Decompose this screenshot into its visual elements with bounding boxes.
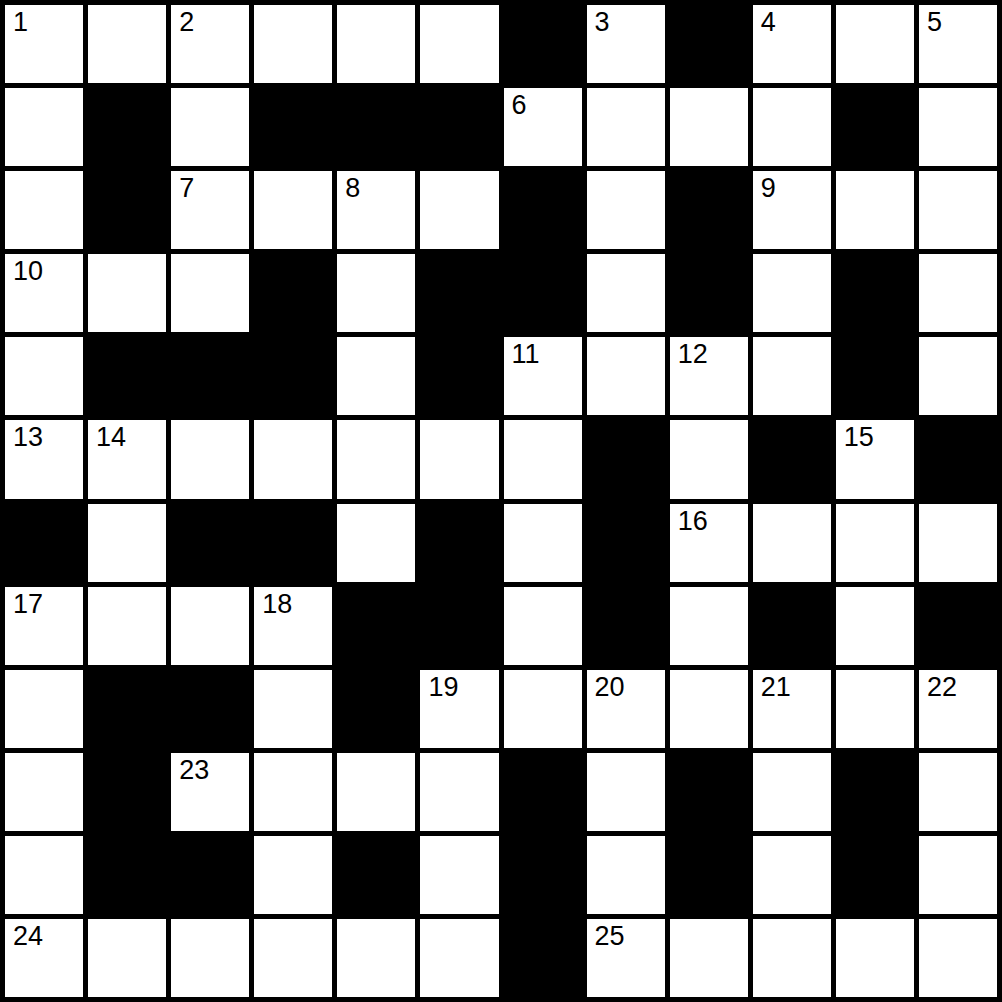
block-cell-r3c9 (670, 171, 748, 249)
answer-cell-r5c10[interactable] (753, 337, 831, 415)
answer-cell-r9c7[interactable] (504, 670, 582, 748)
answer-cell-r8c4[interactable]: 18 (254, 587, 332, 665)
clue-number-21: 21 (761, 672, 791, 703)
answer-cell-r5c7[interactable]: 11 (504, 337, 582, 415)
answer-cell-r8c9[interactable] (670, 587, 748, 665)
answer-cell-r8c3[interactable] (171, 587, 249, 665)
answer-cell-r9c9[interactable] (670, 670, 748, 748)
answer-cell-r4c8[interactable] (587, 254, 665, 332)
answer-cell-r9c6[interactable]: 19 (420, 670, 498, 748)
answer-cell-r4c3[interactable] (171, 254, 249, 332)
block-cell-r3c2 (88, 171, 166, 249)
block-cell-r11c9 (670, 836, 748, 914)
answer-cell-r9c12[interactable]: 22 (919, 670, 997, 748)
clue-number-14: 14 (96, 422, 126, 453)
clue-number-17: 17 (13, 589, 43, 620)
clue-number-10: 10 (13, 256, 43, 287)
answer-cell-r10c8[interactable] (587, 753, 665, 831)
block-cell-r8c12 (919, 587, 997, 665)
answer-cell-r5c8[interactable] (587, 337, 665, 415)
crossword-board: 1234567891011121314151617181920212223242… (0, 0, 1002, 1002)
answer-cell-r1c8[interactable]: 3 (587, 5, 665, 83)
answer-cell-r12c2[interactable] (88, 919, 166, 997)
answer-cell-r2c12[interactable] (919, 88, 997, 166)
answer-cell-r8c11[interactable] (836, 587, 914, 665)
clue-number-16: 16 (678, 506, 708, 537)
block-cell-r7c3 (171, 504, 249, 582)
answer-cell-r3c8[interactable] (587, 171, 665, 249)
block-cell-r9c3 (171, 670, 249, 748)
clue-number-4: 4 (761, 7, 776, 38)
block-cell-r11c5 (337, 836, 415, 914)
block-cell-r11c2 (88, 836, 166, 914)
answer-cell-r7c12[interactable] (919, 504, 997, 582)
answer-cell-r6c3[interactable] (171, 420, 249, 498)
answer-cell-r1c5[interactable] (337, 5, 415, 83)
answer-cell-r1c4[interactable] (254, 5, 332, 83)
block-cell-r2c5 (337, 88, 415, 166)
answer-cell-r11c1[interactable] (5, 836, 83, 914)
answer-cell-r6c6[interactable] (420, 420, 498, 498)
answer-cell-r12c4[interactable] (254, 919, 332, 997)
block-cell-r7c6 (420, 504, 498, 582)
clue-number-11: 11 (512, 339, 540, 370)
block-cell-r7c4 (254, 504, 332, 582)
answer-cell-r6c11[interactable]: 15 (836, 420, 914, 498)
answer-cell-r9c4[interactable] (254, 670, 332, 748)
block-cell-r4c11 (836, 254, 914, 332)
answer-cell-r1c1[interactable]: 1 (5, 5, 83, 83)
answer-cell-r4c2[interactable] (88, 254, 166, 332)
block-cell-r3c7 (504, 171, 582, 249)
block-cell-r11c3 (171, 836, 249, 914)
answer-cell-r11c4[interactable] (254, 836, 332, 914)
answer-cell-r3c4[interactable] (254, 171, 332, 249)
block-cell-r5c4 (254, 337, 332, 415)
block-cell-r7c8 (587, 504, 665, 582)
answer-cell-r5c1[interactable] (5, 337, 83, 415)
answer-cell-r12c10[interactable] (753, 919, 831, 997)
answer-cell-r9c1[interactable] (5, 670, 83, 748)
answer-cell-r3c1[interactable] (5, 171, 83, 249)
block-cell-r10c11 (836, 753, 914, 831)
answer-cell-r12c8[interactable]: 25 (587, 919, 665, 997)
block-cell-r2c11 (836, 88, 914, 166)
clue-number-5: 5 (927, 7, 942, 38)
answer-cell-r12c6[interactable] (420, 919, 498, 997)
block-cell-r2c4 (254, 88, 332, 166)
answer-cell-r1c10[interactable]: 4 (753, 5, 831, 83)
answer-cell-r7c9[interactable]: 16 (670, 504, 748, 582)
clue-number-1: 1 (13, 7, 28, 38)
answer-cell-r5c9[interactable]: 12 (670, 337, 748, 415)
block-cell-r8c8 (587, 587, 665, 665)
answer-cell-r6c4[interactable] (254, 420, 332, 498)
block-cell-r8c10 (753, 587, 831, 665)
answer-cell-r2c10[interactable] (753, 88, 831, 166)
answer-cell-r12c9[interactable] (670, 919, 748, 997)
clue-number-2: 2 (179, 7, 194, 38)
block-cell-r11c7 (504, 836, 582, 914)
clue-number-3: 3 (595, 7, 610, 38)
clue-number-9: 9 (761, 173, 776, 204)
answer-cell-r5c12[interactable] (919, 337, 997, 415)
answer-cell-r1c2[interactable] (88, 5, 166, 83)
answer-cell-r6c5[interactable] (337, 420, 415, 498)
block-cell-r10c9 (670, 753, 748, 831)
answer-cell-r7c5[interactable] (337, 504, 415, 582)
answer-cell-r11c12[interactable] (919, 836, 997, 914)
clue-number-23: 23 (179, 755, 209, 786)
answer-cell-r3c3[interactable]: 7 (171, 171, 249, 249)
block-cell-r5c6 (420, 337, 498, 415)
answer-cell-r4c12[interactable] (919, 254, 997, 332)
answer-cell-r1c3[interactable]: 2 (171, 5, 249, 83)
answer-cell-r7c7[interactable] (504, 504, 582, 582)
answer-cell-r3c6[interactable] (420, 171, 498, 249)
block-cell-r6c12 (919, 420, 997, 498)
clue-number-18: 18 (262, 589, 292, 620)
answer-cell-r2c7[interactable]: 6 (504, 88, 582, 166)
answer-cell-r10c5[interactable] (337, 753, 415, 831)
answer-cell-r4c5[interactable] (337, 254, 415, 332)
block-cell-r9c2 (88, 670, 166, 748)
answer-cell-r1c6[interactable] (420, 5, 498, 83)
answer-cell-r7c2[interactable] (88, 504, 166, 582)
clue-number-20: 20 (595, 672, 625, 703)
block-cell-r4c9 (670, 254, 748, 332)
clue-number-15: 15 (844, 422, 874, 453)
answer-cell-r11c8[interactable] (587, 836, 665, 914)
answer-cell-r2c1[interactable] (5, 88, 83, 166)
block-cell-r11c11 (836, 836, 914, 914)
answer-cell-r10c1[interactable] (5, 753, 83, 831)
block-cell-r9c5 (337, 670, 415, 748)
answer-cell-r12c1[interactable]: 24 (5, 919, 83, 997)
block-cell-r2c2 (88, 88, 166, 166)
answer-cell-r3c10[interactable]: 9 (753, 171, 831, 249)
block-cell-r6c8 (587, 420, 665, 498)
answer-cell-r11c10[interactable] (753, 836, 831, 914)
answer-cell-r4c1[interactable]: 10 (5, 254, 83, 332)
block-cell-r12c7 (504, 919, 582, 997)
answer-cell-r4c10[interactable] (753, 254, 831, 332)
answer-cell-r3c11[interactable] (836, 171, 914, 249)
block-cell-r5c11 (836, 337, 914, 415)
answer-cell-r1c11[interactable] (836, 5, 914, 83)
block-cell-r5c3 (171, 337, 249, 415)
answer-cell-r6c2[interactable]: 14 (88, 420, 166, 498)
answer-cell-r10c3[interactable]: 23 (171, 753, 249, 831)
block-cell-r1c9 (670, 5, 748, 83)
answer-cell-r10c10[interactable] (753, 753, 831, 831)
answer-cell-r9c8[interactable]: 20 (587, 670, 665, 748)
clue-number-7: 7 (179, 173, 194, 204)
answer-cell-r8c2[interactable] (88, 587, 166, 665)
answer-cell-r10c6[interactable] (420, 753, 498, 831)
block-cell-r4c4 (254, 254, 332, 332)
clue-number-22: 22 (927, 672, 957, 703)
clue-number-13: 13 (13, 422, 43, 453)
answer-cell-r12c11[interactable] (836, 919, 914, 997)
block-cell-r1c7 (504, 5, 582, 83)
answer-cell-r12c12[interactable] (919, 919, 997, 997)
answer-cell-r3c5[interactable]: 8 (337, 171, 415, 249)
answer-cell-r6c7[interactable] (504, 420, 582, 498)
block-cell-r2c6 (420, 88, 498, 166)
block-cell-r8c5 (337, 587, 415, 665)
clue-number-6: 6 (512, 90, 527, 121)
block-cell-r10c2 (88, 753, 166, 831)
answer-cell-r5c5[interactable] (337, 337, 415, 415)
answer-cell-r10c4[interactable] (254, 753, 332, 831)
answer-cell-r8c1[interactable]: 17 (5, 587, 83, 665)
block-cell-r8c6 (420, 587, 498, 665)
clue-number-19: 19 (428, 672, 458, 703)
block-cell-r4c7 (504, 254, 582, 332)
answer-cell-r2c3[interactable] (171, 88, 249, 166)
answer-cell-r12c5[interactable] (337, 919, 415, 997)
answer-cell-r6c1[interactable]: 13 (5, 420, 83, 498)
answer-cell-r12c3[interactable] (171, 919, 249, 997)
block-cell-r6c10 (753, 420, 831, 498)
answer-cell-r3c12[interactable] (919, 171, 997, 249)
answer-cell-r1c12[interactable]: 5 (919, 5, 997, 83)
clue-number-24: 24 (13, 921, 43, 952)
answer-cell-r8c7[interactable] (504, 587, 582, 665)
answer-cell-r11c6[interactable] (420, 836, 498, 914)
answer-cell-r7c11[interactable] (836, 504, 914, 582)
block-cell-r4c6 (420, 254, 498, 332)
answer-cell-r2c8[interactable] (587, 88, 665, 166)
answer-cell-r9c11[interactable] (836, 670, 914, 748)
answer-cell-r2c9[interactable] (670, 88, 748, 166)
answer-cell-r7c10[interactable] (753, 504, 831, 582)
block-cell-r5c2 (88, 337, 166, 415)
clue-number-8: 8 (345, 173, 360, 204)
block-cell-r10c7 (504, 753, 582, 831)
answer-cell-r10c12[interactable] (919, 753, 997, 831)
answer-cell-r9c10[interactable]: 21 (753, 670, 831, 748)
clue-number-12: 12 (678, 339, 708, 370)
clue-number-25: 25 (595, 921, 625, 952)
block-cell-r7c1 (5, 504, 83, 582)
answer-cell-r6c9[interactable] (670, 420, 748, 498)
